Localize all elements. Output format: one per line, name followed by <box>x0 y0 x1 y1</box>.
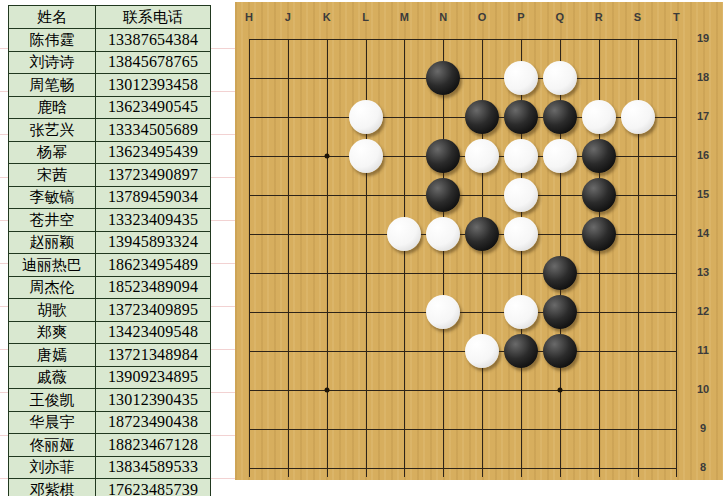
cell-phone[interactable]: 18723490438 <box>96 411 211 434</box>
stone-white-L16[interactable] <box>349 139 383 173</box>
cell-phone[interactable]: 13721348984 <box>96 344 211 367</box>
row-label-10: 10 <box>691 383 715 395</box>
table-row: 戚薇13909234895 <box>9 366 211 389</box>
stone-white-P16[interactable] <box>504 139 538 173</box>
column-label-J: J <box>278 11 298 23</box>
stone-white-O16[interactable] <box>465 139 499 173</box>
table-row: 刘诗诗13845678765 <box>9 51 211 74</box>
cell-phone[interactable]: 13012393458 <box>96 74 211 97</box>
column-label-L: L <box>356 11 376 23</box>
cell-name[interactable]: 杨幂 <box>9 141 96 164</box>
table-row: 李敏镐13789459034 <box>9 186 211 209</box>
stone-black-Q17[interactable] <box>543 100 577 134</box>
column-label-M: M <box>394 11 414 23</box>
cell-phone[interactable]: 13423409548 <box>96 321 211 344</box>
row-label-17: 17 <box>691 110 715 122</box>
table-row: 王俊凯13012390435 <box>9 389 211 412</box>
table-row: 杨幂13623495439 <box>9 141 211 164</box>
grid-line-col-H <box>249 39 250 477</box>
cell-name[interactable]: 张艺兴 <box>9 119 96 142</box>
stone-black-R14[interactable] <box>582 217 616 251</box>
hoshi-Q10 <box>557 388 562 393</box>
column-label-R: R <box>589 11 609 23</box>
cell-name[interactable]: 李敏镐 <box>9 186 96 209</box>
table-row: 周杰伦18523489094 <box>9 276 211 299</box>
stone-black-N15[interactable] <box>426 178 460 212</box>
row-label-15: 15 <box>691 188 715 200</box>
table-row: 周笔畅13012393458 <box>9 74 211 97</box>
stone-black-O14[interactable] <box>465 217 499 251</box>
table-row: 郑爽13423409548 <box>9 321 211 344</box>
grid-line-row-13 <box>249 273 677 274</box>
cell-name[interactable]: 陈伟霆 <box>9 29 96 52</box>
stone-white-Q18[interactable] <box>543 61 577 95</box>
grid-line-row-19 <box>249 39 677 40</box>
cell-phone[interactable]: 13334505689 <box>96 119 211 142</box>
stone-white-P14[interactable] <box>504 217 538 251</box>
stone-black-P11[interactable] <box>504 334 538 368</box>
stone-white-S17[interactable] <box>621 100 655 134</box>
stone-white-Q16[interactable] <box>543 139 577 173</box>
cell-name[interactable]: 宋茜 <box>9 164 96 187</box>
table-row: 胡歌13723409895 <box>9 299 211 322</box>
stone-white-M14[interactable] <box>387 217 421 251</box>
stone-black-Q13[interactable] <box>543 256 577 290</box>
row-label-11: 11 <box>691 344 715 356</box>
cell-phone[interactable]: 17623485739 <box>96 479 211 496</box>
grid-line-col-T <box>676 39 677 477</box>
cell-phone[interactable]: 13723490897 <box>96 164 211 187</box>
column-label-Q: Q <box>550 11 570 23</box>
cell-name[interactable]: 刘诗诗 <box>9 51 96 74</box>
column-label-O: O <box>472 11 492 23</box>
contact-table: 姓名 联系电话 陈伟霆13387654384刘诗诗13845678765周笔畅1… <box>8 5 211 496</box>
cell-name[interactable]: 周笔畅 <box>9 74 96 97</box>
grid-line-col-M <box>404 39 405 477</box>
stone-black-R16[interactable] <box>582 139 616 173</box>
stone-black-N18[interactable] <box>426 61 460 95</box>
stone-white-N14[interactable] <box>426 217 460 251</box>
column-label-P: P <box>511 11 531 23</box>
cell-name[interactable]: 邓紫棋 <box>9 479 96 496</box>
cell-name[interactable]: 唐嫣 <box>9 344 96 367</box>
cell-name[interactable]: 王俊凯 <box>9 389 96 412</box>
stone-black-O17[interactable] <box>465 100 499 134</box>
table-row: 鹿晗13623490545 <box>9 96 211 119</box>
cell-phone[interactable]: 13623490545 <box>96 96 211 119</box>
table-row: 陈伟霆13387654384 <box>9 29 211 52</box>
cell-name[interactable]: 胡歌 <box>9 299 96 322</box>
header-name: 姓名 <box>9 6 96 29</box>
table-row: 佟丽娅18823467128 <box>9 434 211 457</box>
cell-phone[interactable]: 13909234895 <box>96 366 211 389</box>
cell-phone[interactable]: 13945893324 <box>96 231 211 254</box>
grid-line-row-9 <box>249 429 677 430</box>
cell-phone[interactable]: 13323409435 <box>96 209 211 232</box>
grid-line-row-12 <box>249 312 677 313</box>
row-label-13: 13 <box>691 266 715 278</box>
cell-name[interactable]: 周杰伦 <box>9 276 96 299</box>
table-row: 张艺兴13334505689 <box>9 119 211 142</box>
grid-line-row-18 <box>249 78 677 79</box>
cell-name[interactable]: 华晨宇 <box>9 411 96 434</box>
grid-line-row-10 <box>249 390 677 391</box>
cell-phone[interactable]: 13834589533 <box>96 456 211 479</box>
cell-name[interactable]: 刘亦菲 <box>9 456 96 479</box>
stone-black-N16[interactable] <box>426 139 460 173</box>
stone-black-R15[interactable] <box>582 178 616 212</box>
grid-line-col-J <box>288 39 289 477</box>
column-label-K: K <box>317 11 337 23</box>
grid-line-col-K <box>327 39 328 477</box>
row-label-16: 16 <box>691 149 715 161</box>
cell-phone[interactable]: 13845678765 <box>96 51 211 74</box>
stone-black-P17[interactable] <box>504 100 538 134</box>
cell-name[interactable]: 赵丽颖 <box>9 231 96 254</box>
table-row: 华晨宇18723490438 <box>9 411 211 434</box>
cell-name[interactable]: 佟丽娅 <box>9 434 96 457</box>
cell-phone[interactable]: 18523489094 <box>96 276 211 299</box>
cell-phone[interactable]: 13623495439 <box>96 141 211 164</box>
stone-white-P15[interactable] <box>504 178 538 212</box>
cell-phone[interactable]: 13387654384 <box>96 29 211 52</box>
cell-name[interactable]: 苍井空 <box>9 209 96 232</box>
table-row: 邓紫棋17623485739 <box>9 479 211 496</box>
column-label-N: N <box>433 11 453 23</box>
cell-name[interactable]: 迪丽热巴 <box>9 254 96 277</box>
grid-line-row-8 <box>249 468 677 469</box>
screen: 姓名 联系电话 陈伟霆13387654384刘诗诗13845678765周笔畅1… <box>0 0 723 496</box>
table-row: 刘亦菲13834589533 <box>9 456 211 479</box>
grid-line-row-11 <box>249 351 677 352</box>
cell-phone[interactable]: 13789459034 <box>96 186 211 209</box>
grid-line-col-N <box>443 39 444 477</box>
table-header-row: 姓名 联系电话 <box>9 6 211 29</box>
row-label-18: 18 <box>691 71 715 83</box>
cell-name[interactable]: 鹿晗 <box>9 96 96 119</box>
row-label-19: 19 <box>691 32 715 44</box>
row-label-12: 12 <box>691 305 715 317</box>
cell-phone[interactable]: 18823467128 <box>96 434 211 457</box>
column-label-H: H <box>239 11 259 23</box>
cell-name[interactable]: 郑爽 <box>9 321 96 344</box>
spreadsheet-panel: 姓名 联系电话 陈伟霆13387654384刘诗诗13845678765周笔畅1… <box>0 0 235 496</box>
table-row: 宋茜13723490897 <box>9 164 211 187</box>
header-phone: 联系电话 <box>96 6 211 29</box>
table-row: 苍井空13323409435 <box>9 209 211 232</box>
column-label-S: S <box>628 11 648 23</box>
row-label-8: 8 <box>691 461 715 473</box>
cell-phone[interactable]: 13012390435 <box>96 389 211 412</box>
stone-black-Q11[interactable] <box>543 334 577 368</box>
stone-white-P18[interactable] <box>504 61 538 95</box>
cell-phone[interactable]: 18623495489 <box>96 254 211 277</box>
hoshi-K10 <box>324 388 329 393</box>
cell-phone[interactable]: 13723409895 <box>96 299 211 322</box>
column-label-T: T <box>666 11 686 23</box>
hoshi-K16 <box>324 154 329 159</box>
table-row: 迪丽热巴18623495489 <box>9 254 211 277</box>
table-row: 唐嫣13721348984 <box>9 344 211 367</box>
stone-white-P12[interactable] <box>504 295 538 329</box>
go-board[interactable]: HJKLMNOPQRST1918171615141312111098 <box>235 2 723 480</box>
row-label-14: 14 <box>691 227 715 239</box>
row-label-9: 9 <box>691 422 715 434</box>
stone-black-Q12[interactable] <box>543 295 577 329</box>
stone-white-R17[interactable] <box>582 100 616 134</box>
stone-white-N12[interactable] <box>426 295 460 329</box>
cell-name[interactable]: 戚薇 <box>9 366 96 389</box>
stone-white-L17[interactable] <box>349 100 383 134</box>
stone-white-O11[interactable] <box>465 334 499 368</box>
table-row: 赵丽颖13945893324 <box>9 231 211 254</box>
